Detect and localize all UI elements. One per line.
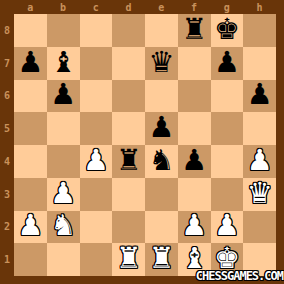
square-c5[interactable]: [80, 112, 113, 145]
square-f6[interactable]: [178, 80, 211, 113]
square-b8[interactable]: [47, 14, 80, 47]
square-g4[interactable]: [211, 145, 244, 178]
square-d5[interactable]: [112, 112, 145, 145]
rank-labels: 87654321: [0, 14, 14, 276]
black-pawn[interactable]: ♟: [148, 113, 174, 142]
black-king[interactable]: ♚: [214, 15, 240, 44]
square-f7[interactable]: [178, 47, 211, 80]
square-a6[interactable]: [14, 80, 47, 113]
square-b2[interactable]: ♞: [47, 211, 80, 244]
square-f8[interactable]: ♜: [178, 14, 211, 47]
black-queen[interactable]: ♛: [148, 48, 174, 77]
black-rook[interactable]: ♜: [181, 15, 207, 44]
square-c1[interactable]: [80, 243, 113, 276]
square-g7[interactable]: ♟: [211, 47, 244, 80]
square-h6[interactable]: ♟: [243, 80, 276, 113]
square-c2[interactable]: [80, 211, 113, 244]
square-a8[interactable]: [14, 14, 47, 47]
square-d4[interactable]: ♜: [112, 145, 145, 178]
square-f3[interactable]: [178, 178, 211, 211]
rank-label-8: 8: [0, 14, 14, 47]
square-b6[interactable]: ♟: [47, 80, 80, 113]
square-a3[interactable]: [14, 178, 47, 211]
square-h8[interactable]: [243, 14, 276, 47]
square-d6[interactable]: [112, 80, 145, 113]
white-queen[interactable]: ♛: [247, 179, 273, 208]
square-d2[interactable]: [112, 211, 145, 244]
square-h2[interactable]: [243, 211, 276, 244]
square-f4[interactable]: ♟: [178, 145, 211, 178]
square-f2[interactable]: ♟: [178, 211, 211, 244]
black-bishop[interactable]: ♝: [50, 48, 76, 77]
file-label-h: h: [243, 0, 276, 14]
white-pawn[interactable]: ♟: [50, 179, 76, 208]
square-e4[interactable]: ♞: [145, 145, 178, 178]
square-c8[interactable]: [80, 14, 113, 47]
square-c6[interactable]: [80, 80, 113, 113]
white-pawn[interactable]: ♟: [17, 211, 43, 240]
rank-label-5: 5: [0, 112, 14, 145]
rank-label-6: 6: [0, 80, 14, 113]
square-c7[interactable]: [80, 47, 113, 80]
chess-board-frame: abcdefgh 87654321 ♜♚♟♝♛♟♟♟♟♟♜♞♟♟♟♛♟♞♟♟♜♜…: [0, 0, 284, 284]
square-e7[interactable]: ♛: [145, 47, 178, 80]
file-label-a: a: [14, 0, 47, 14]
square-a1[interactable]: [14, 243, 47, 276]
rank-label-3: 3: [0, 178, 14, 211]
square-b1[interactable]: [47, 243, 80, 276]
square-b4[interactable]: [47, 145, 80, 178]
rank-label-7: 7: [0, 47, 14, 80]
square-e2[interactable]: [145, 211, 178, 244]
square-g2[interactable]: ♟: [211, 211, 244, 244]
black-rook[interactable]: ♜: [116, 146, 142, 175]
square-h3[interactable]: ♛: [243, 178, 276, 211]
rank-label-4: 4: [0, 145, 14, 178]
white-rook[interactable]: ♜: [116, 244, 142, 273]
file-label-c: c: [80, 0, 113, 14]
square-b5[interactable]: [47, 112, 80, 145]
white-pawn[interactable]: ♟: [83, 146, 109, 175]
file-label-e: e: [145, 0, 178, 14]
square-h4[interactable]: ♟: [243, 145, 276, 178]
square-a4[interactable]: [14, 145, 47, 178]
rank-label-1: 1: [0, 243, 14, 276]
black-pawn[interactable]: ♟: [247, 80, 273, 109]
black-pawn[interactable]: ♟: [214, 48, 240, 77]
square-d7[interactable]: [112, 47, 145, 80]
white-pawn[interactable]: ♟: [181, 211, 207, 240]
square-g3[interactable]: [211, 178, 244, 211]
white-pawn[interactable]: ♟: [247, 146, 273, 175]
square-g5[interactable]: [211, 112, 244, 145]
square-d3[interactable]: [112, 178, 145, 211]
file-label-b: b: [47, 0, 80, 14]
white-pawn[interactable]: ♟: [214, 211, 240, 240]
chessgames-watermark: CHESSGAMES.COM: [196, 269, 283, 283]
black-pawn[interactable]: ♟: [181, 146, 207, 175]
square-d8[interactable]: [112, 14, 145, 47]
black-pawn[interactable]: ♟: [50, 80, 76, 109]
square-e3[interactable]: [145, 178, 178, 211]
square-d1[interactable]: ♜: [112, 243, 145, 276]
square-g8[interactable]: ♚: [211, 14, 244, 47]
square-a5[interactable]: [14, 112, 47, 145]
square-a7[interactable]: ♟: [14, 47, 47, 80]
white-rook[interactable]: ♜: [148, 244, 174, 273]
file-label-d: d: [112, 0, 145, 14]
square-f5[interactable]: [178, 112, 211, 145]
square-g6[interactable]: [211, 80, 244, 113]
chess-board: ♜♚♟♝♛♟♟♟♟♟♜♞♟♟♟♛♟♞♟♟♜♜♝♚: [14, 14, 276, 276]
square-e6[interactable]: [145, 80, 178, 113]
square-e5[interactable]: ♟: [145, 112, 178, 145]
black-pawn[interactable]: ♟: [17, 48, 43, 77]
rank-label-2: 2: [0, 211, 14, 244]
square-b7[interactable]: ♝: [47, 47, 80, 80]
square-h5[interactable]: [243, 112, 276, 145]
square-h7[interactable]: [243, 47, 276, 80]
square-b3[interactable]: ♟: [47, 178, 80, 211]
square-c4[interactable]: ♟: [80, 145, 113, 178]
square-c3[interactable]: [80, 178, 113, 211]
white-knight[interactable]: ♞: [50, 211, 76, 240]
square-a2[interactable]: ♟: [14, 211, 47, 244]
square-e8[interactable]: [145, 14, 178, 47]
black-knight[interactable]: ♞: [148, 146, 174, 175]
square-e1[interactable]: ♜: [145, 243, 178, 276]
